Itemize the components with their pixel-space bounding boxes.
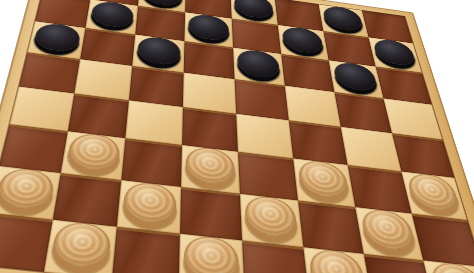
black-piece-glyph: ⛂: [196, 17, 221, 38]
white-piece-glyph: ⛀: [318, 254, 355, 273]
square-c4[interactable]: [125, 100, 183, 145]
black-piece-glyph: ⛂: [380, 42, 409, 64]
white-piece-glyph: ⛀: [307, 164, 340, 194]
board-3d: ⛂⛂⛂⛂⛂⛂⛂⛂⛂⛂⛂⛂⛀⛀⛀⛀⛀⛀⛀⛀⛀⛀⛀⛀: [0, 0, 474, 273]
square-e6[interactable]: ⛂: [233, 48, 285, 86]
black-piece-glyph: ⛂: [329, 8, 356, 28]
black-piece-glyph: ⛂: [245, 52, 272, 75]
black-piece[interactable]: ⛂: [33, 22, 82, 54]
checkers-board: ⛂⛂⛂⛂⛂⛂⛂⛂⛂⛂⛂⛂⛀⛀⛀⛀⛀⛀⛀⛀⛀⛀⛀⛀: [0, 0, 474, 273]
square-d2[interactable]: [180, 187, 242, 241]
square-a3[interactable]: [0, 124, 68, 173]
black-piece[interactable]: ⛂: [332, 61, 378, 93]
square-c1[interactable]: [112, 227, 180, 273]
white-piece-glyph: ⛀: [370, 213, 407, 246]
square-a2[interactable]: ⛀: [0, 166, 61, 220]
white-piece-glyph: ⛀: [133, 186, 167, 219]
square-f5[interactable]: [285, 86, 341, 127]
square-a1[interactable]: [0, 213, 53, 272]
square-c3[interactable]: [121, 138, 182, 187]
square-h5[interactable]: [383, 98, 442, 139]
black-piece[interactable]: ⛂: [142, 0, 182, 7]
square-f4[interactable]: [289, 120, 348, 165]
white-piece-glyph: ⛀: [254, 200, 288, 233]
square-d3[interactable]: ⛀: [181, 145, 240, 194]
square-h4[interactable]: [392, 133, 454, 178]
white-piece[interactable]: ⛀: [67, 132, 121, 173]
square-c5[interactable]: [129, 66, 184, 107]
white-piece[interactable]: ⛀: [428, 261, 474, 273]
square-a6[interactable]: ⛂: [27, 21, 85, 59]
white-piece[interactable]: ⛀: [406, 172, 461, 213]
board-rotation-wrapper: ⛂⛂⛂⛂⛂⛂⛂⛂⛂⛂⛂⛂⛀⛀⛀⛀⛀⛀⛀⛀⛀⛀⛀⛀: [0, 0, 474, 273]
square-f1[interactable]: ⛀: [303, 247, 373, 273]
square-f2[interactable]: [298, 200, 364, 253]
black-piece-glyph: ⛂: [98, 4, 126, 25]
white-piece[interactable]: ⛀: [308, 248, 366, 273]
black-piece[interactable]: ⛂: [372, 38, 417, 68]
white-piece-glyph: ⛀: [62, 227, 101, 263]
square-b1[interactable]: ⛀: [44, 220, 117, 273]
square-a4[interactable]: [10, 86, 75, 131]
square-e4[interactable]: [236, 114, 293, 159]
square-e2[interactable]: ⛀: [240, 194, 303, 247]
square-h1[interactable]: ⛀: [423, 260, 474, 273]
white-piece-glyph: ⛀: [195, 151, 226, 181]
white-piece[interactable]: ⛀: [123, 181, 177, 226]
white-piece[interactable]: ⛀: [186, 146, 235, 187]
square-d1[interactable]: ⛀: [179, 234, 245, 273]
black-piece[interactable]: ⛂: [281, 25, 324, 55]
black-piece[interactable]: ⛂: [90, 0, 134, 29]
square-b4[interactable]: [68, 93, 129, 138]
square-b2[interactable]: [53, 173, 122, 227]
white-piece-glyph: ⛀: [77, 137, 111, 167]
board-frame: ⛂⛂⛂⛂⛂⛂⛂⛂⛂⛂⛂⛂⛀⛀⛀⛀⛀⛀⛀⛀⛀⛀⛀⛀: [0, 0, 474, 273]
white-piece[interactable]: ⛀: [184, 234, 239, 273]
black-piece[interactable]: ⛂: [234, 0, 274, 20]
square-c2[interactable]: ⛀: [117, 180, 181, 234]
photo-stage: Wooden checkers board in the starting po…: [0, 0, 474, 273]
square-g3[interactable]: [348, 165, 412, 214]
white-piece[interactable]: ⛀: [245, 194, 298, 239]
white-piece-glyph: ⛀: [438, 267, 474, 273]
square-a5[interactable]: [19, 52, 80, 93]
black-piece-glyph: ⛂: [340, 65, 369, 88]
white-piece[interactable]: ⛀: [51, 220, 112, 269]
white-piece[interactable]: ⛀: [360, 208, 417, 252]
black-piece-glyph: ⛂: [42, 26, 73, 49]
black-piece[interactable]: ⛂: [237, 48, 280, 80]
square-h3[interactable]: ⛀: [401, 171, 467, 220]
white-piece[interactable]: ⛀: [0, 167, 56, 212]
black-piece-glyph: ⛂: [241, 0, 266, 16]
board-perspective-wrapper: ⛂⛂⛂⛂⛂⛂⛂⛂⛂⛂⛂⛂⛀⛀⛀⛀⛀⛀⛀⛀⛀⛀⛀⛀: [0, 0, 473, 273]
black-piece-glyph: ⛂: [289, 29, 316, 51]
square-f3[interactable]: ⛀: [293, 158, 355, 207]
square-h2[interactable]: [412, 214, 474, 267]
square-b5[interactable]: [74, 59, 132, 100]
white-piece-glyph: ⛀: [415, 177, 451, 207]
square-g1[interactable]: [364, 254, 436, 273]
square-b3[interactable]: ⛀: [61, 131, 126, 180]
square-e3[interactable]: [238, 152, 298, 201]
white-piece-glyph: ⛀: [194, 240, 228, 273]
square-d4[interactable]: [182, 107, 238, 152]
black-piece-glyph: ⛂: [145, 39, 173, 62]
black-piece[interactable]: ⛂: [137, 35, 181, 67]
white-piece-glyph: ⛀: [6, 172, 45, 205]
square-d5[interactable]: [183, 73, 236, 114]
square-e1[interactable]: [242, 240, 309, 273]
white-piece[interactable]: ⛀: [298, 159, 350, 200]
square-c6[interactable]: ⛂: [132, 34, 184, 72]
black-piece[interactable]: ⛂: [188, 13, 229, 42]
black-piece-glyph: ⛂: [150, 0, 175, 3]
black-piece[interactable]: ⛂: [322, 5, 364, 33]
square-g4[interactable]: [341, 127, 402, 172]
square-g2[interactable]: ⛀: [355, 207, 423, 260]
